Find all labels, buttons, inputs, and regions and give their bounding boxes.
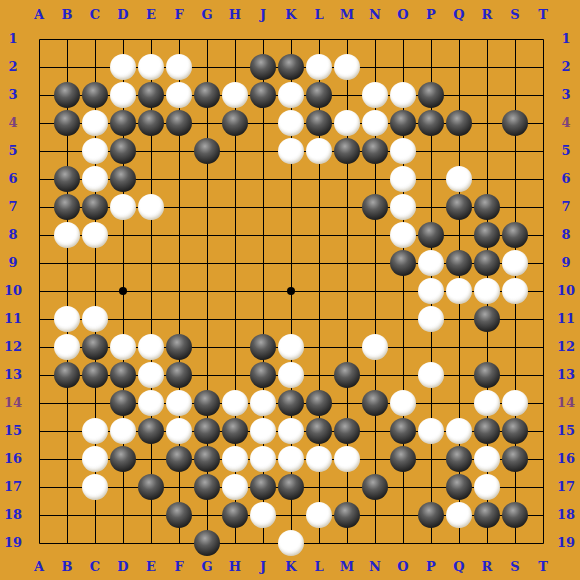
intersection-M3[interactable] [333, 81, 361, 109]
intersection-F12[interactable] [165, 333, 193, 361]
intersection-L4[interactable] [305, 109, 333, 137]
intersection-G15[interactable] [193, 417, 221, 445]
intersection-O17[interactable] [389, 473, 417, 501]
intersection-P3[interactable] [417, 81, 445, 109]
intersection-J4[interactable] [249, 109, 277, 137]
intersection-R15[interactable] [473, 417, 501, 445]
intersection-F5[interactable] [165, 137, 193, 165]
intersection-C10[interactable] [81, 277, 109, 305]
intersection-C6[interactable] [81, 165, 109, 193]
intersection-A14[interactable] [25, 389, 53, 417]
intersection-P18[interactable] [417, 501, 445, 529]
intersection-T18[interactable] [529, 501, 557, 529]
intersection-G1[interactable] [193, 25, 221, 53]
intersection-M9[interactable] [333, 249, 361, 277]
intersection-D12[interactable] [109, 333, 137, 361]
intersection-P11[interactable] [417, 305, 445, 333]
intersection-M7[interactable] [333, 193, 361, 221]
intersection-N11[interactable] [361, 305, 389, 333]
intersection-T12[interactable] [529, 333, 557, 361]
intersection-H9[interactable] [221, 249, 249, 277]
intersection-L3[interactable] [305, 81, 333, 109]
intersection-F9[interactable] [165, 249, 193, 277]
intersection-N16[interactable] [361, 445, 389, 473]
intersection-N2[interactable] [361, 53, 389, 81]
intersection-Q6[interactable] [445, 165, 473, 193]
intersection-G7[interactable] [193, 193, 221, 221]
intersection-J16[interactable] [249, 445, 277, 473]
intersection-K11[interactable] [277, 305, 305, 333]
intersection-M5[interactable] [333, 137, 361, 165]
intersection-J18[interactable] [249, 501, 277, 529]
intersection-T17[interactable] [529, 473, 557, 501]
intersection-E4[interactable] [137, 109, 165, 137]
intersection-P14[interactable] [417, 389, 445, 417]
intersection-R12[interactable] [473, 333, 501, 361]
intersection-B1[interactable] [53, 25, 81, 53]
intersection-T4[interactable] [529, 109, 557, 137]
intersection-E15[interactable] [137, 417, 165, 445]
intersection-M19[interactable] [333, 529, 361, 557]
intersection-T9[interactable] [529, 249, 557, 277]
intersection-C19[interactable] [81, 529, 109, 557]
intersection-K17[interactable] [277, 473, 305, 501]
intersection-F1[interactable] [165, 25, 193, 53]
intersection-N10[interactable] [361, 277, 389, 305]
intersection-A16[interactable] [25, 445, 53, 473]
intersection-E16[interactable] [137, 445, 165, 473]
intersection-Q4[interactable] [445, 109, 473, 137]
intersection-T5[interactable] [529, 137, 557, 165]
intersection-T7[interactable] [529, 193, 557, 221]
intersection-N7[interactable] [361, 193, 389, 221]
intersection-S3[interactable] [501, 81, 529, 109]
intersection-P13[interactable] [417, 361, 445, 389]
intersection-D19[interactable] [109, 529, 137, 557]
intersection-K13[interactable] [277, 361, 305, 389]
intersection-R13[interactable] [473, 361, 501, 389]
intersection-G9[interactable] [193, 249, 221, 277]
intersection-M17[interactable] [333, 473, 361, 501]
intersection-J3[interactable] [249, 81, 277, 109]
intersection-J14[interactable] [249, 389, 277, 417]
intersection-B16[interactable] [53, 445, 81, 473]
intersection-E14[interactable] [137, 389, 165, 417]
intersection-T2[interactable] [529, 53, 557, 81]
intersection-Q3[interactable] [445, 81, 473, 109]
intersection-E10[interactable] [137, 277, 165, 305]
intersection-D16[interactable] [109, 445, 137, 473]
intersection-J2[interactable] [249, 53, 277, 81]
intersection-O16[interactable] [389, 445, 417, 473]
intersection-O14[interactable] [389, 389, 417, 417]
intersection-S10[interactable] [501, 277, 529, 305]
intersection-L18[interactable] [305, 501, 333, 529]
intersection-S18[interactable] [501, 501, 529, 529]
intersection-A7[interactable] [25, 193, 53, 221]
intersection-P17[interactable] [417, 473, 445, 501]
intersection-P10[interactable] [417, 277, 445, 305]
intersection-Q5[interactable] [445, 137, 473, 165]
intersection-G6[interactable] [193, 165, 221, 193]
intersection-G4[interactable] [193, 109, 221, 137]
intersection-A4[interactable] [25, 109, 53, 137]
intersection-Q1[interactable] [445, 25, 473, 53]
intersection-L8[interactable] [305, 221, 333, 249]
intersection-B12[interactable] [53, 333, 81, 361]
intersection-K6[interactable] [277, 165, 305, 193]
intersection-T16[interactable] [529, 445, 557, 473]
intersection-T13[interactable] [529, 361, 557, 389]
intersection-B11[interactable] [53, 305, 81, 333]
intersection-D18[interactable] [109, 501, 137, 529]
intersection-L5[interactable] [305, 137, 333, 165]
intersection-F17[interactable] [165, 473, 193, 501]
intersection-L9[interactable] [305, 249, 333, 277]
intersection-K4[interactable] [277, 109, 305, 137]
intersection-D5[interactable] [109, 137, 137, 165]
intersection-M10[interactable] [333, 277, 361, 305]
intersection-L11[interactable] [305, 305, 333, 333]
intersection-N3[interactable] [361, 81, 389, 109]
intersection-P19[interactable] [417, 529, 445, 557]
intersection-E1[interactable] [137, 25, 165, 53]
intersection-S16[interactable] [501, 445, 529, 473]
intersection-M15[interactable] [333, 417, 361, 445]
intersection-C16[interactable] [81, 445, 109, 473]
intersection-J8[interactable] [249, 221, 277, 249]
intersection-M6[interactable] [333, 165, 361, 193]
intersection-D15[interactable] [109, 417, 137, 445]
intersection-N9[interactable] [361, 249, 389, 277]
intersection-P8[interactable] [417, 221, 445, 249]
intersection-H3[interactable] [221, 81, 249, 109]
intersection-S9[interactable] [501, 249, 529, 277]
intersection-C12[interactable] [81, 333, 109, 361]
intersection-D7[interactable] [109, 193, 137, 221]
intersection-H1[interactable] [221, 25, 249, 53]
intersection-M8[interactable] [333, 221, 361, 249]
intersection-F14[interactable] [165, 389, 193, 417]
intersection-H5[interactable] [221, 137, 249, 165]
intersection-O9[interactable] [389, 249, 417, 277]
intersection-C11[interactable] [81, 305, 109, 333]
intersection-M11[interactable] [333, 305, 361, 333]
intersection-K15[interactable] [277, 417, 305, 445]
intersection-O3[interactable] [389, 81, 417, 109]
intersection-Q18[interactable] [445, 501, 473, 529]
intersection-K1[interactable] [277, 25, 305, 53]
intersection-A9[interactable] [25, 249, 53, 277]
intersection-T3[interactable] [529, 81, 557, 109]
intersection-L16[interactable] [305, 445, 333, 473]
intersection-B19[interactable] [53, 529, 81, 557]
intersection-E19[interactable] [137, 529, 165, 557]
intersection-G12[interactable] [193, 333, 221, 361]
intersection-C8[interactable] [81, 221, 109, 249]
intersection-N6[interactable] [361, 165, 389, 193]
intersection-Q7[interactable] [445, 193, 473, 221]
intersection-C15[interactable] [81, 417, 109, 445]
intersection-T10[interactable] [529, 277, 557, 305]
intersection-K5[interactable] [277, 137, 305, 165]
intersection-K10[interactable] [277, 277, 305, 305]
intersection-E13[interactable] [137, 361, 165, 389]
intersection-M2[interactable] [333, 53, 361, 81]
intersection-G11[interactable] [193, 305, 221, 333]
intersection-O5[interactable] [389, 137, 417, 165]
intersection-R6[interactable] [473, 165, 501, 193]
intersection-N8[interactable] [361, 221, 389, 249]
intersection-A2[interactable] [25, 53, 53, 81]
intersection-S11[interactable] [501, 305, 529, 333]
intersection-H11[interactable] [221, 305, 249, 333]
intersection-A3[interactable] [25, 81, 53, 109]
intersection-Q13[interactable] [445, 361, 473, 389]
intersection-B15[interactable] [53, 417, 81, 445]
intersection-K14[interactable] [277, 389, 305, 417]
intersection-T14[interactable] [529, 389, 557, 417]
intersection-M13[interactable] [333, 361, 361, 389]
intersection-F18[interactable] [165, 501, 193, 529]
intersection-A1[interactable] [25, 25, 53, 53]
intersection-T8[interactable] [529, 221, 557, 249]
intersection-F11[interactable] [165, 305, 193, 333]
intersection-J12[interactable] [249, 333, 277, 361]
intersection-R10[interactable] [473, 277, 501, 305]
intersection-H4[interactable] [221, 109, 249, 137]
intersection-Q12[interactable] [445, 333, 473, 361]
intersection-P16[interactable] [417, 445, 445, 473]
intersection-R18[interactable] [473, 501, 501, 529]
intersection-A19[interactable] [25, 529, 53, 557]
intersection-H2[interactable] [221, 53, 249, 81]
intersection-L15[interactable] [305, 417, 333, 445]
intersection-F10[interactable] [165, 277, 193, 305]
intersection-N4[interactable] [361, 109, 389, 137]
intersection-K9[interactable] [277, 249, 305, 277]
intersection-E5[interactable] [137, 137, 165, 165]
intersection-T15[interactable] [529, 417, 557, 445]
intersection-E18[interactable] [137, 501, 165, 529]
intersection-K3[interactable] [277, 81, 305, 109]
intersection-K12[interactable] [277, 333, 305, 361]
intersection-S15[interactable] [501, 417, 529, 445]
intersection-Q10[interactable] [445, 277, 473, 305]
intersection-C4[interactable] [81, 109, 109, 137]
intersection-C9[interactable] [81, 249, 109, 277]
intersection-P15[interactable] [417, 417, 445, 445]
intersection-D17[interactable] [109, 473, 137, 501]
intersection-N19[interactable] [361, 529, 389, 557]
intersection-C1[interactable] [81, 25, 109, 53]
intersection-H8[interactable] [221, 221, 249, 249]
intersection-M14[interactable] [333, 389, 361, 417]
intersection-O7[interactable] [389, 193, 417, 221]
intersection-C2[interactable] [81, 53, 109, 81]
intersection-M18[interactable] [333, 501, 361, 529]
intersection-O1[interactable] [389, 25, 417, 53]
intersection-O2[interactable] [389, 53, 417, 81]
intersection-P4[interactable] [417, 109, 445, 137]
intersection-H13[interactable] [221, 361, 249, 389]
intersection-S8[interactable] [501, 221, 529, 249]
intersection-L14[interactable] [305, 389, 333, 417]
intersection-N5[interactable] [361, 137, 389, 165]
intersection-L17[interactable] [305, 473, 333, 501]
intersection-D6[interactable] [109, 165, 137, 193]
intersection-R4[interactable] [473, 109, 501, 137]
intersection-G5[interactable] [193, 137, 221, 165]
intersection-K19[interactable] [277, 529, 305, 557]
intersection-F16[interactable] [165, 445, 193, 473]
intersection-S5[interactable] [501, 137, 529, 165]
intersection-S2[interactable] [501, 53, 529, 81]
intersection-R17[interactable] [473, 473, 501, 501]
intersection-O15[interactable] [389, 417, 417, 445]
intersection-N13[interactable] [361, 361, 389, 389]
intersection-R16[interactable] [473, 445, 501, 473]
intersection-D3[interactable] [109, 81, 137, 109]
intersection-S17[interactable] [501, 473, 529, 501]
intersection-A8[interactable] [25, 221, 53, 249]
intersection-O8[interactable] [389, 221, 417, 249]
intersection-O18[interactable] [389, 501, 417, 529]
intersection-G10[interactable] [193, 277, 221, 305]
intersection-L12[interactable] [305, 333, 333, 361]
intersection-A10[interactable] [25, 277, 53, 305]
intersection-R7[interactable] [473, 193, 501, 221]
intersection-J17[interactable] [249, 473, 277, 501]
intersection-J6[interactable] [249, 165, 277, 193]
intersection-P6[interactable] [417, 165, 445, 193]
intersection-F13[interactable] [165, 361, 193, 389]
intersection-H10[interactable] [221, 277, 249, 305]
intersection-L7[interactable] [305, 193, 333, 221]
intersection-B4[interactable] [53, 109, 81, 137]
intersection-A18[interactable] [25, 501, 53, 529]
intersection-N12[interactable] [361, 333, 389, 361]
intersection-P2[interactable] [417, 53, 445, 81]
intersection-G17[interactable] [193, 473, 221, 501]
intersection-G16[interactable] [193, 445, 221, 473]
intersection-K18[interactable] [277, 501, 305, 529]
intersection-K16[interactable] [277, 445, 305, 473]
intersection-H6[interactable] [221, 165, 249, 193]
intersection-O13[interactable] [389, 361, 417, 389]
intersection-O6[interactable] [389, 165, 417, 193]
intersection-Q17[interactable] [445, 473, 473, 501]
intersection-D11[interactable] [109, 305, 137, 333]
intersection-F15[interactable] [165, 417, 193, 445]
intersection-J9[interactable] [249, 249, 277, 277]
intersection-E17[interactable] [137, 473, 165, 501]
intersection-T19[interactable] [529, 529, 557, 557]
intersection-Q16[interactable] [445, 445, 473, 473]
intersection-P1[interactable] [417, 25, 445, 53]
intersection-B14[interactable] [53, 389, 81, 417]
intersection-D8[interactable] [109, 221, 137, 249]
intersection-J19[interactable] [249, 529, 277, 557]
intersection-T1[interactable] [529, 25, 557, 53]
intersection-Q8[interactable] [445, 221, 473, 249]
intersection-G13[interactable] [193, 361, 221, 389]
intersection-Q19[interactable] [445, 529, 473, 557]
intersection-D13[interactable] [109, 361, 137, 389]
intersection-B13[interactable] [53, 361, 81, 389]
intersection-F8[interactable] [165, 221, 193, 249]
intersection-D9[interactable] [109, 249, 137, 277]
intersection-O19[interactable] [389, 529, 417, 557]
intersection-Q9[interactable] [445, 249, 473, 277]
intersection-J7[interactable] [249, 193, 277, 221]
intersection-K7[interactable] [277, 193, 305, 221]
intersection-B3[interactable] [53, 81, 81, 109]
intersection-S14[interactable] [501, 389, 529, 417]
intersection-F6[interactable] [165, 165, 193, 193]
intersection-F19[interactable] [165, 529, 193, 557]
intersection-J11[interactable] [249, 305, 277, 333]
intersection-E8[interactable] [137, 221, 165, 249]
intersection-O4[interactable] [389, 109, 417, 137]
intersection-F3[interactable] [165, 81, 193, 109]
intersection-B2[interactable] [53, 53, 81, 81]
intersection-H16[interactable] [221, 445, 249, 473]
intersection-K8[interactable] [277, 221, 305, 249]
intersection-E7[interactable] [137, 193, 165, 221]
intersection-G19[interactable] [193, 529, 221, 557]
intersection-H19[interactable] [221, 529, 249, 557]
intersection-S1[interactable] [501, 25, 529, 53]
intersection-T11[interactable] [529, 305, 557, 333]
intersection-M16[interactable] [333, 445, 361, 473]
intersection-L1[interactable] [305, 25, 333, 53]
intersection-A11[interactable] [25, 305, 53, 333]
intersection-Q2[interactable] [445, 53, 473, 81]
intersection-E12[interactable] [137, 333, 165, 361]
intersection-S13[interactable] [501, 361, 529, 389]
intersection-L10[interactable] [305, 277, 333, 305]
intersection-J13[interactable] [249, 361, 277, 389]
intersection-B18[interactable] [53, 501, 81, 529]
intersection-H7[interactable] [221, 193, 249, 221]
intersection-C7[interactable] [81, 193, 109, 221]
intersection-S7[interactable] [501, 193, 529, 221]
intersection-D1[interactable] [109, 25, 137, 53]
intersection-D14[interactable] [109, 389, 137, 417]
intersection-H18[interactable] [221, 501, 249, 529]
intersection-C13[interactable] [81, 361, 109, 389]
intersection-N15[interactable] [361, 417, 389, 445]
intersection-T6[interactable] [529, 165, 557, 193]
intersection-G2[interactable] [193, 53, 221, 81]
intersection-H15[interactable] [221, 417, 249, 445]
intersection-J5[interactable] [249, 137, 277, 165]
intersection-N18[interactable] [361, 501, 389, 529]
intersection-R8[interactable] [473, 221, 501, 249]
intersection-B10[interactable] [53, 277, 81, 305]
intersection-N17[interactable] [361, 473, 389, 501]
intersection-A15[interactable] [25, 417, 53, 445]
intersection-B6[interactable] [53, 165, 81, 193]
intersection-E2[interactable] [137, 53, 165, 81]
intersection-R9[interactable] [473, 249, 501, 277]
intersection-J1[interactable] [249, 25, 277, 53]
intersection-A13[interactable] [25, 361, 53, 389]
intersection-A6[interactable] [25, 165, 53, 193]
intersection-E9[interactable] [137, 249, 165, 277]
intersection-N1[interactable] [361, 25, 389, 53]
